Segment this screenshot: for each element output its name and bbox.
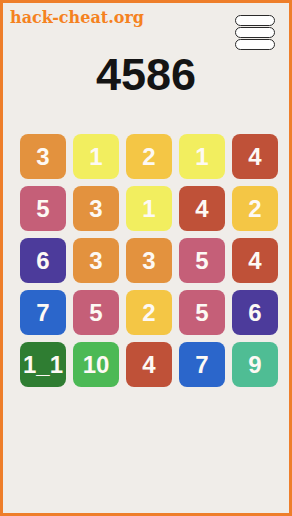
score-display: 4586 bbox=[3, 49, 289, 101]
tile-4[interactable]: 4 bbox=[179, 186, 225, 231]
tile-9[interactable]: 9 bbox=[232, 342, 278, 387]
tile-5[interactable]: 5 bbox=[20, 186, 66, 231]
tile-4[interactable]: 4 bbox=[126, 342, 172, 387]
tile-1[interactable]: 1 bbox=[126, 186, 172, 231]
tile-4[interactable]: 4 bbox=[232, 238, 278, 283]
tile-6[interactable]: 6 bbox=[20, 238, 66, 283]
tile-5[interactable]: 5 bbox=[179, 238, 225, 283]
tile-7[interactable]: 7 bbox=[179, 342, 225, 387]
tile-3[interactable]: 3 bbox=[73, 186, 119, 231]
tile-1_1[interactable]: 1_1 bbox=[20, 342, 66, 387]
tile-5[interactable]: 5 bbox=[179, 290, 225, 335]
game-board: 312145314263354752561_110479 bbox=[20, 134, 278, 387]
tile-2[interactable]: 2 bbox=[126, 290, 172, 335]
tile-2[interactable]: 2 bbox=[232, 186, 278, 231]
tile-7[interactable]: 7 bbox=[20, 290, 66, 335]
tile-1[interactable]: 1 bbox=[179, 134, 225, 179]
tile-4[interactable]: 4 bbox=[232, 134, 278, 179]
tile-3[interactable]: 3 bbox=[73, 238, 119, 283]
tile-6[interactable]: 6 bbox=[232, 290, 278, 335]
tile-2[interactable]: 2 bbox=[126, 134, 172, 179]
hamburger-bar-icon bbox=[235, 15, 275, 26]
app-window: hack-cheat.org 4586 31214531426335475256… bbox=[0, 0, 292, 516]
hamburger-menu-button[interactable] bbox=[235, 15, 275, 50]
tile-5[interactable]: 5 bbox=[73, 290, 119, 335]
watermark-text: hack-cheat.org bbox=[10, 8, 144, 27]
hamburger-bar-icon bbox=[235, 27, 275, 38]
tile-3[interactable]: 3 bbox=[126, 238, 172, 283]
tile-1[interactable]: 1 bbox=[73, 134, 119, 179]
tile-10[interactable]: 10 bbox=[73, 342, 119, 387]
tile-3[interactable]: 3 bbox=[20, 134, 66, 179]
